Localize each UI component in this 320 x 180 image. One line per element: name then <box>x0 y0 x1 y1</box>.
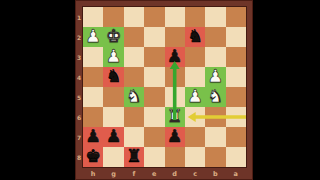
square-a3[interactable] <box>226 47 246 67</box>
square-c6[interactable] <box>185 107 205 127</box>
square-e3[interactable] <box>144 47 164 67</box>
black-rook: ♜ <box>126 148 142 166</box>
square-e2[interactable] <box>144 27 164 47</box>
square-h3[interactable] <box>83 47 103 67</box>
square-d7[interactable]: ♟ <box>165 127 185 147</box>
square-d3[interactable]: ♟ <box>165 47 185 67</box>
square-g1[interactable] <box>103 7 123 27</box>
square-a8[interactable] <box>226 147 246 167</box>
black-knight: ♞ <box>187 28 203 46</box>
black-pawn: ♟ <box>106 128 122 146</box>
file-label-a: a <box>226 167 246 180</box>
white-rook: ♜ <box>167 108 183 126</box>
file-label-f: f <box>124 167 144 180</box>
square-f4[interactable] <box>124 67 144 87</box>
square-a2[interactable] <box>226 27 246 47</box>
square-h4[interactable] <box>83 67 103 87</box>
file-label-g: g <box>103 167 123 180</box>
square-g2[interactable]: ♚ <box>103 27 123 47</box>
file-label-b: b <box>205 167 225 180</box>
square-f6[interactable] <box>124 107 144 127</box>
square-f5[interactable]: ♞ <box>124 87 144 107</box>
file-label-c: c <box>185 167 205 180</box>
square-f1[interactable] <box>124 7 144 27</box>
square-f8[interactable]: ♜ <box>124 147 144 167</box>
white-king: ♚ <box>106 28 122 46</box>
square-b1[interactable] <box>205 7 225 27</box>
square-g4[interactable]: ♞ <box>103 67 123 87</box>
square-b4[interactable]: ♟ <box>205 67 225 87</box>
rank-label-3: 3 <box>75 47 83 67</box>
white-pawn: ♟ <box>85 28 101 46</box>
rank-labels: 12345678 <box>75 7 83 167</box>
square-b6[interactable] <box>205 107 225 127</box>
white-pawn: ♟ <box>187 88 203 106</box>
black-knight: ♞ <box>106 68 122 86</box>
square-c1[interactable] <box>185 7 205 27</box>
rank-label-4: 4 <box>75 67 83 87</box>
square-a6[interactable] <box>226 107 246 127</box>
square-a4[interactable] <box>226 67 246 87</box>
file-label-d: d <box>165 167 185 180</box>
square-h6[interactable] <box>83 107 103 127</box>
square-f2[interactable] <box>124 27 144 47</box>
square-g8[interactable] <box>103 147 123 167</box>
square-b8[interactable] <box>205 147 225 167</box>
rank-label-1: 1 <box>75 7 83 27</box>
square-h8[interactable]: ♚ <box>83 147 103 167</box>
square-a7[interactable] <box>226 127 246 147</box>
white-pawn: ♟ <box>106 48 122 66</box>
rank-label-2: 2 <box>75 27 83 47</box>
chess-board: ♟♚♞♟♟♞♟♞♟♞♜♟♟♟♚♜ <box>83 7 246 167</box>
square-f7[interactable] <box>124 127 144 147</box>
square-d1[interactable] <box>165 7 185 27</box>
file-labels: hgfedcba <box>83 167 246 180</box>
square-c7[interactable] <box>185 127 205 147</box>
square-g5[interactable] <box>103 87 123 107</box>
square-g6[interactable] <box>103 107 123 127</box>
square-d5[interactable] <box>165 87 185 107</box>
square-h1[interactable] <box>83 7 103 27</box>
rank-label-7: 7 <box>75 127 83 147</box>
file-label-e: e <box>144 167 164 180</box>
black-pawn: ♟ <box>85 128 101 146</box>
square-c3[interactable] <box>185 47 205 67</box>
square-e1[interactable] <box>144 7 164 27</box>
square-a5[interactable] <box>226 87 246 107</box>
square-c5[interactable]: ♟ <box>185 87 205 107</box>
white-pawn: ♟ <box>208 68 224 86</box>
square-d6[interactable]: ♜ <box>165 107 185 127</box>
square-c2[interactable]: ♞ <box>185 27 205 47</box>
square-d4[interactable] <box>165 67 185 87</box>
black-pawn: ♟ <box>167 128 183 146</box>
square-b2[interactable] <box>205 27 225 47</box>
white-knight: ♞ <box>126 88 142 106</box>
square-h7[interactable]: ♟ <box>83 127 103 147</box>
black-king: ♚ <box>85 148 101 166</box>
white-knight: ♞ <box>208 88 224 106</box>
square-g3[interactable]: ♟ <box>103 47 123 67</box>
square-f3[interactable] <box>124 47 144 67</box>
square-b7[interactable] <box>205 127 225 147</box>
square-h2[interactable]: ♟ <box>83 27 103 47</box>
square-e7[interactable] <box>144 127 164 147</box>
square-h5[interactable] <box>83 87 103 107</box>
square-c4[interactable] <box>185 67 205 87</box>
screenshot-canvas: 12345678 hgfedcba ♟♚♞♟♟♞♟♞♟♞♜♟♟♟♚♜ <box>0 0 320 180</box>
rank-label-6: 6 <box>75 107 83 127</box>
rank-label-8: 8 <box>75 147 83 167</box>
chess-board-frame: 12345678 hgfedcba ♟♚♞♟♟♞♟♞♟♞♜♟♟♟♚♜ <box>75 0 253 180</box>
file-label-h: h <box>83 167 103 180</box>
rank-label-5: 5 <box>75 87 83 107</box>
square-e4[interactable] <box>144 67 164 87</box>
black-pawn: ♟ <box>167 48 183 66</box>
square-e6[interactable] <box>144 107 164 127</box>
square-b5[interactable]: ♞ <box>205 87 225 107</box>
square-e5[interactable] <box>144 87 164 107</box>
square-b3[interactable] <box>205 47 225 67</box>
square-c8[interactable] <box>185 147 205 167</box>
square-d2[interactable] <box>165 27 185 47</box>
square-d8[interactable] <box>165 147 185 167</box>
square-a1[interactable] <box>226 7 246 27</box>
square-e8[interactable] <box>144 147 164 167</box>
square-g7[interactable]: ♟ <box>103 127 123 147</box>
